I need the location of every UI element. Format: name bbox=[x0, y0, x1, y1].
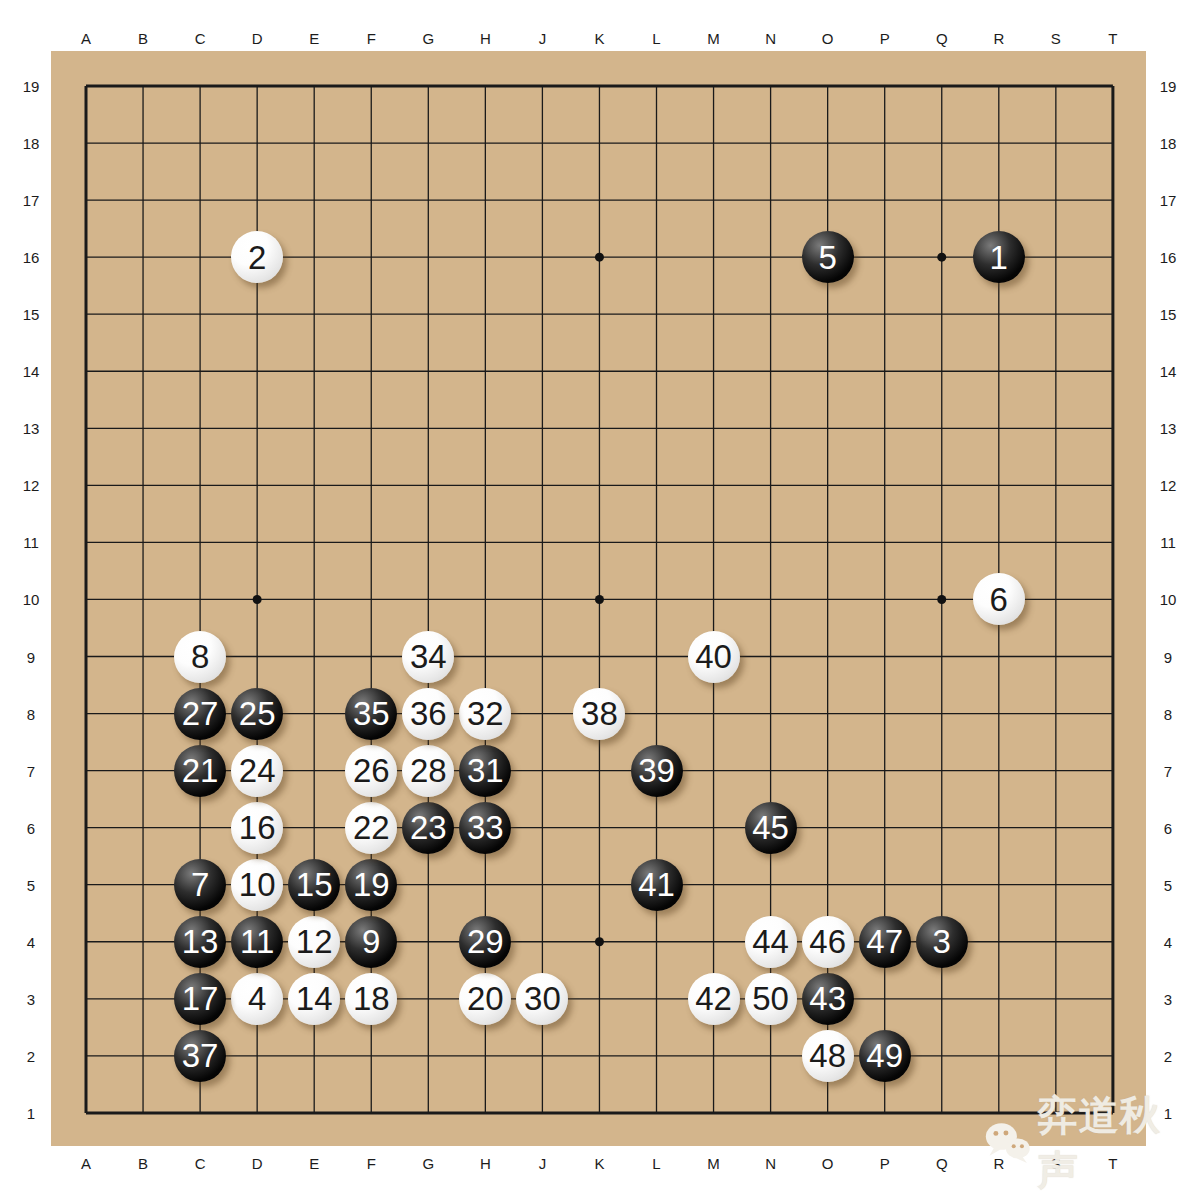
coord-label-top-F: F bbox=[367, 30, 376, 47]
stone-number: 37 bbox=[182, 1039, 219, 1072]
stone-number: 13 bbox=[182, 925, 219, 958]
coord-label-left-9: 9 bbox=[27, 648, 35, 665]
coord-label-bottom-M: M bbox=[707, 1155, 720, 1172]
stone-number: 43 bbox=[809, 982, 846, 1015]
coord-label-right-19: 19 bbox=[1160, 78, 1177, 95]
coord-label-top-P: P bbox=[880, 30, 890, 47]
coord-label-left-8: 8 bbox=[27, 705, 35, 722]
stone-number: 17 bbox=[182, 982, 219, 1015]
stone-move-39-L7: 39 bbox=[631, 745, 683, 797]
stone-number: 36 bbox=[410, 697, 447, 730]
stone-number: 7 bbox=[191, 868, 209, 901]
stone-number: 44 bbox=[752, 925, 789, 958]
stone-move-40-M9: 40 bbox=[688, 631, 740, 683]
stone-number: 25 bbox=[239, 697, 276, 730]
stone-move-4-D3: 4 bbox=[231, 973, 283, 1025]
coord-label-left-17: 17 bbox=[23, 192, 40, 209]
stone-number: 46 bbox=[809, 925, 846, 958]
coord-label-bottom-G: G bbox=[422, 1155, 434, 1172]
go-diagram-page: AABBCCDDEEFFGGHHJJKKLLMMNNOOPPQQRRSSTT19… bbox=[0, 0, 1200, 1200]
stone-move-3-Q4: 3 bbox=[916, 916, 968, 968]
coord-label-left-12: 12 bbox=[23, 477, 40, 494]
coord-label-left-4: 4 bbox=[27, 933, 35, 950]
coord-label-right-1: 1 bbox=[1164, 1104, 1172, 1121]
stone-number: 10 bbox=[239, 868, 276, 901]
coord-label-right-6: 6 bbox=[1164, 819, 1172, 836]
stone-number: 3 bbox=[933, 925, 951, 958]
coord-label-bottom-F: F bbox=[367, 1155, 376, 1172]
coord-label-left-2: 2 bbox=[27, 1047, 35, 1064]
stone-number: 26 bbox=[353, 754, 390, 787]
coord-label-left-10: 10 bbox=[23, 591, 40, 608]
stone-move-17-C3: 17 bbox=[174, 973, 226, 1025]
stone-move-46-O4: 46 bbox=[802, 916, 854, 968]
coord-label-right-12: 12 bbox=[1160, 477, 1177, 494]
coord-label-bottom-E: E bbox=[309, 1155, 319, 1172]
stone-number: 30 bbox=[524, 982, 561, 1015]
stone-number: 9 bbox=[362, 925, 380, 958]
stone-number: 11 bbox=[240, 925, 274, 958]
coord-label-top-L: L bbox=[652, 30, 660, 47]
stone-move-43-O3: 43 bbox=[802, 973, 854, 1025]
stone-move-35-F8: 35 bbox=[345, 688, 397, 740]
coord-label-right-5: 5 bbox=[1164, 876, 1172, 893]
stone-number: 33 bbox=[467, 811, 504, 844]
coord-label-left-7: 7 bbox=[27, 762, 35, 779]
star-point-K16 bbox=[595, 253, 604, 262]
stone-move-19-F5: 19 bbox=[345, 859, 397, 911]
coord-label-right-17: 17 bbox=[1160, 192, 1177, 209]
stone-number: 32 bbox=[467, 697, 504, 730]
stone-move-27-C8: 27 bbox=[174, 688, 226, 740]
coord-label-right-3: 3 bbox=[1164, 990, 1172, 1007]
coord-label-bottom-L: L bbox=[652, 1155, 660, 1172]
stone-number: 12 bbox=[296, 925, 333, 958]
stone-move-48-O2: 48 bbox=[802, 1030, 854, 1082]
stone-move-8-C9: 8 bbox=[174, 631, 226, 683]
stone-move-14-E3: 14 bbox=[288, 973, 340, 1025]
stone-move-47-P4: 47 bbox=[859, 916, 911, 968]
stone-number: 4 bbox=[248, 982, 266, 1015]
stone-move-26-F7: 26 bbox=[345, 745, 397, 797]
stone-move-22-F6: 22 bbox=[345, 802, 397, 854]
coord-label-bottom-P: P bbox=[880, 1155, 890, 1172]
coord-label-top-J: J bbox=[539, 30, 547, 47]
coord-label-left-11: 11 bbox=[23, 534, 39, 551]
stone-move-9-F4: 9 bbox=[345, 916, 397, 968]
coord-label-left-15: 15 bbox=[23, 306, 40, 323]
stone-move-24-D7: 24 bbox=[231, 745, 283, 797]
stone-number: 19 bbox=[353, 868, 390, 901]
coord-label-right-16: 16 bbox=[1160, 249, 1177, 266]
stone-move-31-H7: 31 bbox=[459, 745, 511, 797]
coord-label-bottom-A: A bbox=[81, 1155, 91, 1172]
coord-label-top-K: K bbox=[594, 30, 604, 47]
stone-number: 23 bbox=[410, 811, 447, 844]
coord-label-top-C: C bbox=[195, 30, 206, 47]
stone-number: 8 bbox=[191, 640, 209, 673]
stone-move-41-L5: 41 bbox=[631, 859, 683, 911]
coord-label-top-B: B bbox=[138, 30, 148, 47]
coord-label-top-M: M bbox=[707, 30, 720, 47]
coord-label-bottom-R: R bbox=[993, 1155, 1004, 1172]
stone-move-25-D8: 25 bbox=[231, 688, 283, 740]
stone-number: 42 bbox=[695, 982, 732, 1015]
stone-number: 40 bbox=[695, 640, 732, 673]
coord-label-top-O: O bbox=[822, 30, 834, 47]
stone-move-7-C5: 7 bbox=[174, 859, 226, 911]
coord-label-bottom-D: D bbox=[252, 1155, 263, 1172]
star-point-Q10 bbox=[937, 595, 946, 604]
stone-move-38-K8: 38 bbox=[573, 688, 625, 740]
stone-number: 48 bbox=[809, 1039, 846, 1072]
stone-move-11-D4: 11 bbox=[231, 916, 283, 968]
coord-label-left-6: 6 bbox=[27, 819, 35, 836]
stone-number: 29 bbox=[467, 925, 504, 958]
coord-label-left-14: 14 bbox=[23, 363, 40, 380]
stone-move-6-R10: 6 bbox=[973, 573, 1025, 625]
stone-move-42-M3: 42 bbox=[688, 973, 740, 1025]
stone-move-13-C4: 13 bbox=[174, 916, 226, 968]
coord-label-bottom-K: K bbox=[594, 1155, 604, 1172]
stone-number: 38 bbox=[581, 697, 618, 730]
stone-move-44-N4: 44 bbox=[745, 916, 797, 968]
stone-number: 22 bbox=[353, 811, 390, 844]
stone-move-18-F3: 18 bbox=[345, 973, 397, 1025]
coord-label-top-D: D bbox=[252, 30, 263, 47]
stone-move-20-H3: 20 bbox=[459, 973, 511, 1025]
coord-label-top-S: S bbox=[1051, 30, 1061, 47]
stone-move-45-N6: 45 bbox=[745, 802, 797, 854]
stone-number: 1 bbox=[990, 241, 1008, 274]
coord-label-right-7: 7 bbox=[1164, 762, 1172, 779]
coord-label-bottom-B: B bbox=[138, 1155, 148, 1172]
stone-number: 6 bbox=[990, 583, 1008, 616]
stone-number: 24 bbox=[239, 754, 276, 787]
stone-number: 41 bbox=[638, 868, 675, 901]
coord-label-right-9: 9 bbox=[1164, 648, 1172, 665]
stone-move-37-C2: 37 bbox=[174, 1030, 226, 1082]
coord-label-bottom-S: S bbox=[1051, 1155, 1061, 1172]
coord-label-bottom-N: N bbox=[765, 1155, 776, 1172]
star-point-K10 bbox=[595, 595, 604, 604]
coord-label-left-19: 19 bbox=[23, 78, 40, 95]
stone-move-49-P2: 49 bbox=[859, 1030, 911, 1082]
coord-label-bottom-T: T bbox=[1108, 1155, 1117, 1172]
stone-number: 21 bbox=[182, 754, 219, 787]
stone-move-2-D16: 2 bbox=[231, 231, 283, 283]
stone-number: 20 bbox=[467, 982, 504, 1015]
coord-label-bottom-Q: Q bbox=[936, 1155, 948, 1172]
coord-label-right-18: 18 bbox=[1160, 135, 1177, 152]
stone-number: 18 bbox=[353, 982, 390, 1015]
coord-label-top-H: H bbox=[480, 30, 491, 47]
stone-move-5-O16: 5 bbox=[802, 231, 854, 283]
coord-label-bottom-J: J bbox=[539, 1155, 547, 1172]
stone-move-16-D6: 16 bbox=[231, 802, 283, 854]
coord-label-top-G: G bbox=[422, 30, 434, 47]
stone-number: 14 bbox=[296, 982, 333, 1015]
stone-number: 39 bbox=[638, 754, 675, 787]
star-point-D10 bbox=[253, 595, 262, 604]
stone-move-21-C7: 21 bbox=[174, 745, 226, 797]
coord-label-top-Q: Q bbox=[936, 30, 948, 47]
stone-number: 28 bbox=[410, 754, 447, 787]
stone-move-29-H4: 29 bbox=[459, 916, 511, 968]
coord-label-top-E: E bbox=[309, 30, 319, 47]
coord-label-left-3: 3 bbox=[27, 990, 35, 1007]
stone-number: 49 bbox=[866, 1039, 903, 1072]
stone-number: 45 bbox=[752, 811, 789, 844]
stone-move-12-E4: 12 bbox=[288, 916, 340, 968]
stone-move-34-G9: 34 bbox=[402, 631, 454, 683]
stone-move-32-H8: 32 bbox=[459, 688, 511, 740]
coord-label-right-15: 15 bbox=[1160, 306, 1177, 323]
coord-label-right-8: 8 bbox=[1164, 705, 1172, 722]
stone-number: 5 bbox=[818, 241, 836, 274]
coord-label-top-N: N bbox=[765, 30, 776, 47]
stone-number: 47 bbox=[866, 925, 903, 958]
star-point-K4 bbox=[595, 937, 604, 946]
stone-move-50-N3: 50 bbox=[745, 973, 797, 1025]
stone-move-10-D5: 10 bbox=[231, 859, 283, 911]
stone-move-1-R16: 1 bbox=[973, 231, 1025, 283]
coord-label-right-4: 4 bbox=[1164, 933, 1172, 950]
coord-label-top-A: A bbox=[81, 30, 91, 47]
coord-label-top-R: R bbox=[993, 30, 1004, 47]
stone-move-15-E5: 15 bbox=[288, 859, 340, 911]
stone-number: 35 bbox=[353, 697, 390, 730]
coord-label-bottom-H: H bbox=[480, 1155, 491, 1172]
stone-number: 31 bbox=[467, 754, 504, 787]
coord-label-bottom-O: O bbox=[822, 1155, 834, 1172]
coord-label-left-13: 13 bbox=[23, 420, 40, 437]
stone-move-23-G6: 23 bbox=[402, 802, 454, 854]
stone-number: 34 bbox=[410, 640, 447, 673]
stone-move-33-H6: 33 bbox=[459, 802, 511, 854]
stone-number: 50 bbox=[752, 982, 789, 1015]
coord-label-right-2: 2 bbox=[1164, 1047, 1172, 1064]
stone-number: 27 bbox=[182, 697, 219, 730]
stone-number: 2 bbox=[248, 241, 266, 274]
coord-label-left-1: 1 bbox=[27, 1104, 35, 1121]
stone-move-28-G7: 28 bbox=[402, 745, 454, 797]
coord-label-bottom-C: C bbox=[195, 1155, 206, 1172]
coord-label-right-13: 13 bbox=[1160, 420, 1177, 437]
stone-number: 15 bbox=[296, 868, 333, 901]
stone-move-36-G8: 36 bbox=[402, 688, 454, 740]
stone-move-30-J3: 30 bbox=[516, 973, 568, 1025]
coord-label-right-11: 11 bbox=[1160, 534, 1176, 551]
stone-number: 16 bbox=[239, 811, 276, 844]
star-point-Q16 bbox=[937, 253, 946, 262]
coord-label-top-T: T bbox=[1108, 30, 1117, 47]
coord-label-right-14: 14 bbox=[1160, 363, 1177, 380]
coord-label-left-16: 16 bbox=[23, 249, 40, 266]
coord-label-left-5: 5 bbox=[27, 876, 35, 893]
coord-label-right-10: 10 bbox=[1160, 591, 1177, 608]
coord-label-left-18: 18 bbox=[23, 135, 40, 152]
